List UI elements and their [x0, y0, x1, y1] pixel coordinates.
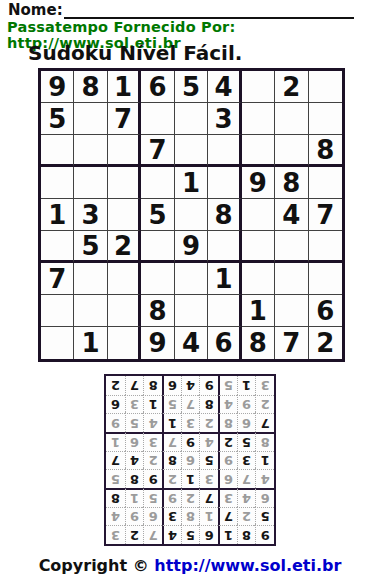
- solution-cell: 9: [199, 376, 218, 395]
- solution-cell: 1: [199, 507, 218, 526]
- solution-cell: 6: [125, 432, 144, 451]
- solution-cell: 4: [125, 451, 144, 470]
- sudoku-cell[interactable]: [275, 295, 308, 327]
- sudoku-cell[interactable]: [309, 103, 342, 135]
- solution-cell: 4: [162, 525, 181, 544]
- sudoku-cell[interactable]: [175, 199, 208, 231]
- solution-cell: 7: [255, 413, 274, 432]
- sudoku-cell[interactable]: [74, 135, 107, 167]
- sudoku-cell: 1: [208, 263, 241, 295]
- solution-cell: 6: [199, 525, 218, 544]
- sudoku-cell[interactable]: [175, 263, 208, 295]
- solution-cell: 1: [218, 525, 237, 544]
- sudoku-cell: 9: [141, 327, 174, 359]
- sudoku-cell[interactable]: [41, 135, 74, 167]
- solution-cell: 2: [255, 395, 274, 414]
- sudoku-cell[interactable]: [275, 103, 308, 135]
- sudoku-cell: 7: [275, 327, 308, 359]
- solution-cell: 9: [106, 413, 125, 432]
- solution-cell: 3: [199, 469, 218, 488]
- solution-cell: 1: [181, 469, 200, 488]
- copyright-line: Copyright © http://www.sol.eti.br: [0, 556, 380, 575]
- sudoku-cell[interactable]: [74, 263, 107, 295]
- sudoku-cell: 9: [242, 167, 275, 199]
- sudoku-cell[interactable]: [74, 167, 107, 199]
- sudoku-cell: 1: [242, 295, 275, 327]
- sudoku-cell[interactable]: [141, 263, 174, 295]
- solution-cell: 3: [255, 376, 274, 395]
- sudoku-cell: 9: [41, 71, 74, 103]
- solution-cell: 1: [255, 451, 274, 470]
- sudoku-cell[interactable]: [309, 167, 342, 199]
- solution-cell: 1: [143, 395, 162, 414]
- sudoku-cell: 1: [175, 167, 208, 199]
- sudoku-cell: 2: [275, 71, 308, 103]
- sudoku-cell[interactable]: [141, 231, 174, 263]
- sudoku-cell: 6: [208, 327, 241, 359]
- copyright-text: Copyright ©: [39, 556, 155, 575]
- solution-cell: 4: [218, 395, 237, 414]
- solution-cell: 6: [218, 469, 237, 488]
- solution-cell: 2: [162, 469, 181, 488]
- sudoku-cell: 5: [74, 231, 107, 263]
- solution-cell: 4: [255, 469, 274, 488]
- sudoku-cell[interactable]: [309, 71, 342, 103]
- sudoku-cell[interactable]: [242, 199, 275, 231]
- sudoku-cell: 3: [208, 103, 241, 135]
- sudoku-cell: 2: [108, 231, 141, 263]
- sudoku-cell: 4: [208, 71, 241, 103]
- sudoku-grid: 981654257378198135847529718161946872: [38, 68, 345, 362]
- sudoku-cell: 8: [141, 295, 174, 327]
- solution-cell: 1: [162, 413, 181, 432]
- sudoku-cell: 3: [74, 199, 107, 231]
- sudoku-cell[interactable]: [108, 199, 141, 231]
- sudoku-cell[interactable]: [275, 135, 308, 167]
- solution-cell: 5: [125, 413, 144, 432]
- solution-cell: 7: [162, 432, 181, 451]
- sudoku-cell[interactable]: [208, 295, 241, 327]
- worksheet-page: Nome: Passatempo Fornecido Por: http://w…: [0, 0, 380, 585]
- sudoku-cell[interactable]: [208, 167, 241, 199]
- solution-cell: 8: [143, 376, 162, 395]
- sudoku-cell[interactable]: [41, 167, 74, 199]
- solution-cell: 5: [162, 395, 181, 414]
- solution-cell: 6: [162, 376, 181, 395]
- solution-cell: 6: [255, 488, 274, 507]
- solution-cell: 4: [199, 432, 218, 451]
- solution-cell: 6: [143, 507, 162, 526]
- sudoku-cell: 2: [309, 327, 342, 359]
- solution-cell: 3: [106, 525, 125, 544]
- sudoku-cell: 7: [108, 103, 141, 135]
- solution-cell: 9: [143, 469, 162, 488]
- sudoku-cell[interactable]: [74, 295, 107, 327]
- solution-cell: 5: [143, 488, 162, 507]
- page-title: Sudoku Nível Fácil.: [28, 41, 242, 65]
- solution-cell: 7: [143, 525, 162, 544]
- sudoku-cell[interactable]: [41, 295, 74, 327]
- sudoku-cell: 8: [275, 167, 308, 199]
- solution-cell: 9: [181, 432, 200, 451]
- solution-cell: 4: [181, 376, 200, 395]
- solution-cell: 2: [199, 413, 218, 432]
- solution-cell: 1: [106, 432, 125, 451]
- name-label: Nome:: [8, 1, 63, 19]
- sudoku-cell[interactable]: [275, 231, 308, 263]
- solution-cell: 7: [199, 488, 218, 507]
- sudoku-cell[interactable]: [242, 231, 275, 263]
- solution-cell: 6: [106, 395, 125, 414]
- solution-cell: 3: [181, 413, 200, 432]
- solution-cell: 2: [237, 507, 256, 526]
- sudoku-cell[interactable]: [242, 263, 275, 295]
- sudoku-cell[interactable]: [175, 295, 208, 327]
- solution-cell: 1: [237, 376, 256, 395]
- solution-cell: 7: [181, 395, 200, 414]
- copyright-url[interactable]: http://www.sol.eti.br: [154, 556, 341, 575]
- solution-cell: 8: [181, 507, 200, 526]
- solution-cell: 3: [237, 451, 256, 470]
- solution-cell: 2: [125, 525, 144, 544]
- solution-cell: 5: [218, 376, 237, 395]
- solution-cell: 2: [218, 432, 237, 451]
- sudoku-cell[interactable]: [41, 231, 74, 263]
- sudoku-cell: 6: [141, 71, 174, 103]
- sudoku-cell[interactable]: [108, 263, 141, 295]
- solution-cell: 3: [143, 432, 162, 451]
- sudoku-cell[interactable]: [175, 103, 208, 135]
- solution-cell: 5: [255, 507, 274, 526]
- solution-grid: 9816547235271836946437295184763129851395…: [104, 374, 276, 546]
- sudoku-cell: 7: [141, 135, 174, 167]
- sudoku-cell[interactable]: [309, 263, 342, 295]
- sudoku-cell: 5: [41, 103, 74, 135]
- name-row: Nome:: [8, 1, 354, 19]
- sudoku-cell[interactable]: [309, 231, 342, 263]
- sudoku-cell: 8: [242, 327, 275, 359]
- sudoku-cell: 8: [309, 135, 342, 167]
- sudoku-cell: 6: [309, 295, 342, 327]
- sudoku-cell: 8: [74, 71, 107, 103]
- sudoku-cell: 4: [175, 327, 208, 359]
- solution-cell: 5: [199, 451, 218, 470]
- sudoku-cell[interactable]: [208, 231, 241, 263]
- sudoku-cell: 1: [74, 327, 107, 359]
- solution-cell: 7: [106, 451, 125, 470]
- sudoku-cell[interactable]: [242, 103, 275, 135]
- sudoku-cell: 8: [208, 199, 241, 231]
- sudoku-cell[interactable]: [141, 103, 174, 135]
- solution-cell: 7: [125, 376, 144, 395]
- sudoku-cell[interactable]: [141, 167, 174, 199]
- solution-cell: 9: [255, 525, 274, 544]
- solution-cell: 5: [181, 525, 200, 544]
- solution-cell: 9: [237, 395, 256, 414]
- solution-cell: 6: [237, 413, 256, 432]
- solution-cell: 1: [125, 488, 144, 507]
- solution-cell: 6: [181, 451, 200, 470]
- solution-cell: 5: [237, 432, 256, 451]
- sudoku-cell: 7: [41, 263, 74, 295]
- sudoku-cell[interactable]: [108, 167, 141, 199]
- solution-cell: 8: [237, 525, 256, 544]
- sudoku-cell: 7: [309, 199, 342, 231]
- solution-cell: 7: [218, 507, 237, 526]
- solution-cell: 7: [237, 469, 256, 488]
- solution-cell: 9: [218, 451, 237, 470]
- sudoku-cell[interactable]: [108, 135, 141, 167]
- sudoku-cell[interactable]: [242, 71, 275, 103]
- solution-cell: 3: [125, 395, 144, 414]
- solution-cell: 9: [125, 507, 144, 526]
- solution-cell: 8: [125, 469, 144, 488]
- solution-cell: 3: [218, 488, 237, 507]
- solution-cell: 4: [143, 413, 162, 432]
- sudoku-cell: 1: [108, 71, 141, 103]
- solution-cell: 4: [106, 507, 125, 526]
- sudoku-cell[interactable]: [108, 295, 141, 327]
- solution-cell: 2: [181, 488, 200, 507]
- solution-cell: 8: [218, 413, 237, 432]
- solution-cell: 8: [255, 432, 274, 451]
- sudoku-cell[interactable]: [74, 103, 107, 135]
- solution-cell: 8: [162, 451, 181, 470]
- sudoku-cell: 4: [275, 199, 308, 231]
- name-input-line[interactable]: [64, 3, 354, 19]
- solution-cell: 4: [237, 488, 256, 507]
- sudoku-cell[interactable]: [175, 135, 208, 167]
- sudoku-cell: 1: [41, 199, 74, 231]
- solution-cell: 9: [162, 488, 181, 507]
- sudoku-cell[interactable]: [208, 135, 241, 167]
- sudoku-cell[interactable]: [108, 327, 141, 359]
- sudoku-cell[interactable]: [275, 263, 308, 295]
- solution-cell: 5: [106, 469, 125, 488]
- sudoku-cell[interactable]: [41, 327, 74, 359]
- sudoku-cell: 5: [141, 199, 174, 231]
- solution-cell: 8: [106, 488, 125, 507]
- sudoku-cell[interactable]: [242, 135, 275, 167]
- sudoku-cell: 5: [175, 71, 208, 103]
- solution-cell: 2: [106, 376, 125, 395]
- solution-cell: 8: [199, 395, 218, 414]
- solution-cell: 2: [143, 451, 162, 470]
- sudoku-cell: 9: [175, 231, 208, 263]
- solution-cell: 3: [162, 507, 181, 526]
